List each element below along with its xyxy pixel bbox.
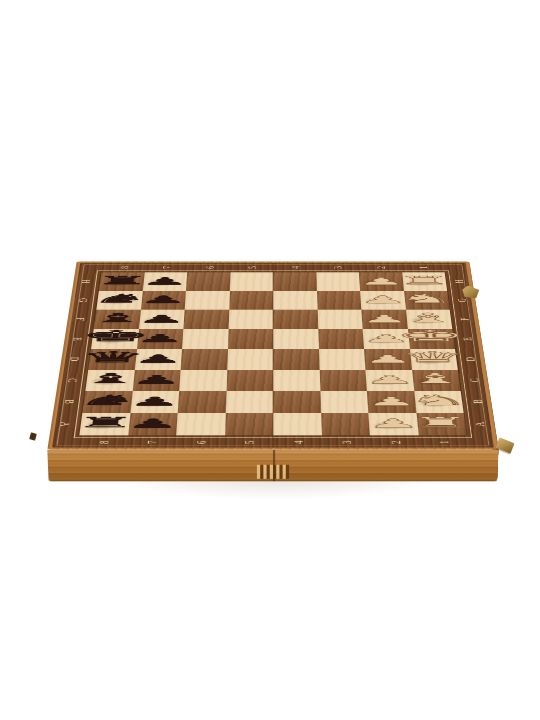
rank-label-far-5: 5 [230, 263, 273, 271]
square-a8[interactable] [79, 413, 130, 436]
square-b3[interactable] [320, 391, 368, 413]
piece-white-king-e1[interactable]: ♚ [390, 329, 471, 345]
rank-label-far-8-label: 8 [117, 266, 130, 269]
finger-joint [257, 465, 289, 479]
rank-label-far-4-label: 4 [288, 266, 300, 269]
piece-white-rook-h1[interactable]: ♜ [386, 275, 463, 286]
square-a6[interactable] [176, 413, 225, 436]
piece-black-pawn-h7[interactable]: ♟ [126, 276, 203, 286]
square-c3[interactable] [319, 370, 367, 391]
rank-label-far-5-label: 5 [245, 266, 257, 269]
square-b6[interactable] [178, 391, 226, 413]
square-d5[interactable] [227, 349, 273, 370]
rank-label-far-2-label: 2 [374, 266, 386, 269]
rank-label-far-6: 6 [187, 263, 230, 271]
square-e4[interactable] [273, 329, 319, 349]
square-c4[interactable] [273, 370, 320, 391]
square-e5[interactable] [228, 329, 274, 349]
piece-black-pawn-g7[interactable]: ♟ [124, 295, 202, 305]
rank-label-far-7-label: 7 [160, 266, 172, 269]
piece-white-knight-g1[interactable]: ♞ [387, 293, 465, 305]
board-fold-seam [272, 263, 274, 448]
square-a3[interactable] [321, 413, 370, 436]
square-a7[interactable] [128, 413, 178, 436]
square-g4[interactable] [273, 291, 317, 310]
square-c6[interactable] [179, 370, 227, 391]
rank-label-far-8: 8 [102, 263, 146, 271]
rank-label-far-4: 4 [273, 263, 316, 271]
square-b8[interactable] [82, 391, 132, 413]
rank-label-far-1: 1 [401, 263, 445, 271]
square-a4[interactable] [273, 413, 321, 436]
chess-board: 8877665544332211HHGGFFEEDDCCBBAA ♜♞♝♛♚♝♞… [47, 261, 498, 449]
rank-label-far-3: 3 [316, 263, 359, 271]
rank-label-far-6-label: 6 [203, 266, 215, 269]
square-d4[interactable] [273, 349, 319, 370]
square-b1[interactable] [414, 391, 464, 413]
square-f4[interactable] [273, 310, 318, 329]
rank-label-far-2: 2 [358, 263, 401, 271]
chess-scene: 8877665544332211HHGGFFEEDDCCBBAA ♜♞♝♛♚♝♞… [0, 0, 540, 720]
rank-label-far-1-label: 1 [416, 266, 429, 269]
square-a5[interactable] [225, 413, 273, 436]
square-b5[interactable] [225, 391, 273, 413]
rank-label-far-7: 7 [144, 263, 187, 271]
square-b7[interactable] [130, 391, 179, 413]
square-b2[interactable] [367, 391, 416, 413]
square-b4[interactable] [273, 391, 321, 413]
square-a2[interactable] [368, 413, 418, 436]
board-front-face [47, 450, 498, 482]
piece-white-bishop-f1[interactable]: ♝ [389, 312, 469, 325]
square-a1[interactable] [416, 413, 467, 436]
square-f5[interactable] [228, 310, 273, 329]
square-c5[interactable] [226, 370, 273, 391]
square-g5[interactable] [229, 291, 273, 310]
rank-label-far-3-label: 3 [331, 266, 343, 269]
